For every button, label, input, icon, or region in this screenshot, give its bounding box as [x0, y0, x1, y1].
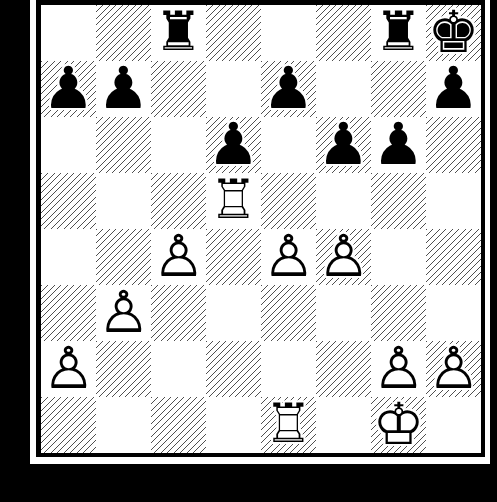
piece-black-rook: ♜: [371, 5, 426, 61]
square-b3[interactable]: ♟♙: [96, 285, 151, 341]
square-h7[interactable]: ♟: [426, 61, 481, 117]
square-e7[interactable]: ♟: [261, 61, 316, 117]
piece-outline-layer: ♙: [426, 341, 481, 397]
square-b1[interactable]: [96, 397, 151, 453]
square-a6[interactable]: [41, 117, 96, 173]
piece-outline-layer: ♙: [316, 229, 371, 285]
piece-outline-layer: ♖: [261, 397, 316, 453]
square-b6[interactable]: [96, 117, 151, 173]
piece-fill-layer: ♟: [371, 117, 426, 173]
square-d5[interactable]: ♜♖: [206, 173, 261, 229]
piece-fill-layer: ♚: [426, 5, 481, 61]
square-b2[interactable]: [96, 341, 151, 397]
piece-black-king: ♚: [426, 5, 481, 61]
piece-white-king: ♚♔: [371, 397, 426, 453]
square-c3[interactable]: [151, 285, 206, 341]
piece-black-pawn: ♟: [426, 61, 481, 117]
square-c1[interactable]: [151, 397, 206, 453]
piece-black-pawn: ♟: [96, 61, 151, 117]
piece-fill-layer: ♜: [371, 5, 426, 61]
square-e2[interactable]: [261, 341, 316, 397]
piece-fill-layer: ♟: [206, 117, 261, 173]
square-h5[interactable]: [426, 173, 481, 229]
piece-outline-layer: ♙: [371, 341, 426, 397]
piece-white-pawn: ♟♙: [316, 229, 371, 285]
square-e4[interactable]: ♟♙: [261, 229, 316, 285]
square-f1[interactable]: [316, 397, 371, 453]
square-h3[interactable]: [426, 285, 481, 341]
square-f2[interactable]: [316, 341, 371, 397]
square-b5[interactable]: [96, 173, 151, 229]
square-d6[interactable]: ♟: [206, 117, 261, 173]
piece-outline-layer: ♖: [206, 173, 261, 229]
piece-outline-layer: ♔: [371, 397, 426, 453]
square-g5[interactable]: [371, 173, 426, 229]
square-a7[interactable]: ♟: [41, 61, 96, 117]
piece-outline-layer: ♙: [41, 341, 96, 397]
square-h4[interactable]: [426, 229, 481, 285]
square-g6[interactable]: ♟: [371, 117, 426, 173]
square-e3[interactable]: [261, 285, 316, 341]
square-h2[interactable]: ♟♙: [426, 341, 481, 397]
square-d1[interactable]: [206, 397, 261, 453]
square-c6[interactable]: [151, 117, 206, 173]
square-a4[interactable]: [41, 229, 96, 285]
square-d7[interactable]: [206, 61, 261, 117]
piece-outline-layer: ♙: [96, 285, 151, 341]
piece-white-rook: ♜♖: [261, 397, 316, 453]
square-d2[interactable]: [206, 341, 261, 397]
piece-white-pawn: ♟♙: [426, 341, 481, 397]
square-e5[interactable]: [261, 173, 316, 229]
piece-fill-layer: ♟: [41, 61, 96, 117]
piece-fill-layer: ♟: [426, 61, 481, 117]
piece-outline-layer: ♙: [151, 229, 206, 285]
square-b4[interactable]: [96, 229, 151, 285]
piece-white-pawn: ♟♙: [151, 229, 206, 285]
square-e8[interactable]: [261, 5, 316, 61]
square-c7[interactable]: [151, 61, 206, 117]
square-a5[interactable]: [41, 173, 96, 229]
square-f6[interactable]: ♟: [316, 117, 371, 173]
square-e1[interactable]: ♜♖: [261, 397, 316, 453]
square-d8[interactable]: [206, 5, 261, 61]
square-g7[interactable]: [371, 61, 426, 117]
piece-fill-layer: ♟: [96, 61, 151, 117]
square-a8[interactable]: [41, 5, 96, 61]
square-g8[interactable]: ♜: [371, 5, 426, 61]
screenshot-background: { "game": "chess", "view": "diagram", "o…: [0, 0, 497, 502]
square-c4[interactable]: ♟♙: [151, 229, 206, 285]
piece-white-pawn: ♟♙: [96, 285, 151, 341]
piece-outline-layer: ♙: [261, 229, 316, 285]
chess-board: ♜♜♚♟♟♟♟♟♟♟♜♖♟♙♟♙♟♙♟♙♟♙♟♙♟♙♜♖♚♔: [36, 0, 485, 457]
square-g2[interactable]: ♟♙: [371, 341, 426, 397]
piece-white-pawn: ♟♙: [371, 341, 426, 397]
square-d3[interactable]: [206, 285, 261, 341]
square-h6[interactable]: [426, 117, 481, 173]
square-f4[interactable]: ♟♙: [316, 229, 371, 285]
square-g1[interactable]: ♚♔: [371, 397, 426, 453]
square-a2[interactable]: ♟♙: [41, 341, 96, 397]
piece-black-pawn: ♟: [206, 117, 261, 173]
piece-black-rook: ♜: [151, 5, 206, 61]
square-d4[interactable]: [206, 229, 261, 285]
piece-white-rook: ♜♖: [206, 173, 261, 229]
square-h8[interactable]: ♚: [426, 5, 481, 61]
square-c2[interactable]: [151, 341, 206, 397]
piece-white-pawn: ♟♙: [261, 229, 316, 285]
piece-black-pawn: ♟: [316, 117, 371, 173]
piece-white-pawn: ♟♙: [41, 341, 96, 397]
square-f7[interactable]: [316, 61, 371, 117]
square-g4[interactable]: [371, 229, 426, 285]
square-e6[interactable]: [261, 117, 316, 173]
piece-black-pawn: ♟: [371, 117, 426, 173]
piece-fill-layer: ♟: [316, 117, 371, 173]
square-c8[interactable]: ♜: [151, 5, 206, 61]
piece-black-pawn: ♟: [41, 61, 96, 117]
square-f5[interactable]: [316, 173, 371, 229]
piece-fill-layer: ♜: [151, 5, 206, 61]
square-g3[interactable]: [371, 285, 426, 341]
square-b7[interactable]: ♟: [96, 61, 151, 117]
piece-black-pawn: ♟: [261, 61, 316, 117]
square-a1[interactable]: [41, 397, 96, 453]
square-f8[interactable]: [316, 5, 371, 61]
square-h1[interactable]: [426, 397, 481, 453]
square-b8[interactable]: [96, 5, 151, 61]
square-a3[interactable]: [41, 285, 96, 341]
piece-fill-layer: ♟: [261, 61, 316, 117]
square-c5[interactable]: [151, 173, 206, 229]
square-f3[interactable]: [316, 285, 371, 341]
